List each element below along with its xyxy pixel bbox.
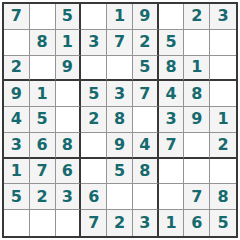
cell-r4c9[interactable]: [210, 81, 236, 107]
cell-r4c7: 4: [159, 81, 185, 107]
cell-r2c2: 8: [30, 30, 56, 56]
cell-r9c8: 6: [184, 210, 210, 236]
cell-r7c7[interactable]: [159, 159, 185, 185]
cell-r9c4: 7: [81, 210, 107, 236]
cell-r2c4: 3: [81, 30, 107, 56]
cell-r4c2: 1: [30, 81, 56, 107]
cell-r5c1: 4: [4, 107, 30, 133]
cell-r1c9: 3: [210, 4, 236, 30]
cell-r1c7[interactable]: [159, 4, 185, 30]
cell-r5c5: 8: [107, 107, 133, 133]
cell-r1c3: 5: [56, 4, 82, 30]
cell-r6c7: 7: [159, 133, 185, 159]
cell-r8c4: 6: [81, 184, 107, 210]
cell-r5c2: 5: [30, 107, 56, 133]
cell-r1c1: 7: [4, 4, 30, 30]
cell-r6c8[interactable]: [184, 133, 210, 159]
cell-r9c9: 5: [210, 210, 236, 236]
cell-r8c7[interactable]: [159, 184, 185, 210]
cell-r7c8[interactable]: [184, 159, 210, 185]
cell-r6c3: 8: [56, 133, 82, 159]
cell-r2c5: 7: [107, 30, 133, 56]
cell-r8c3: 3: [56, 184, 82, 210]
cell-r1c4[interactable]: [81, 4, 107, 30]
cell-r9c7: 1: [159, 210, 185, 236]
cell-r5c4: 2: [81, 107, 107, 133]
cell-r3c4[interactable]: [81, 56, 107, 82]
cell-r2c3: 1: [56, 30, 82, 56]
cell-r4c3[interactable]: [56, 81, 82, 107]
cell-r8c5[interactable]: [107, 184, 133, 210]
cell-r9c3[interactable]: [56, 210, 82, 236]
cell-r3c9[interactable]: [210, 56, 236, 82]
cell-r8c8: 7: [184, 184, 210, 210]
cell-r4c4: 5: [81, 81, 107, 107]
cell-r7c4[interactable]: [81, 159, 107, 185]
cell-r8c6[interactable]: [133, 184, 159, 210]
cell-r3c2[interactable]: [30, 56, 56, 82]
cell-r5c9: 1: [210, 107, 236, 133]
cell-r2c6: 2: [133, 30, 159, 56]
cell-r9c2[interactable]: [30, 210, 56, 236]
cell-r2c7: 5: [159, 30, 185, 56]
cell-r8c1: 5: [4, 184, 30, 210]
cell-r7c6: 8: [133, 159, 159, 185]
cell-r6c6: 4: [133, 133, 159, 159]
cell-r6c5: 9: [107, 133, 133, 159]
cell-r5c8: 9: [184, 107, 210, 133]
cell-r7c3: 6: [56, 159, 82, 185]
cell-r7c9[interactable]: [210, 159, 236, 185]
cell-r2c8[interactable]: [184, 30, 210, 56]
cell-r9c6: 3: [133, 210, 159, 236]
cell-r2c9[interactable]: [210, 30, 236, 56]
cell-r4c5: 3: [107, 81, 133, 107]
cell-r1c5: 1: [107, 4, 133, 30]
cell-r4c6: 7: [133, 81, 159, 107]
cell-r9c5: 2: [107, 210, 133, 236]
cell-r7c2: 7: [30, 159, 56, 185]
cell-r4c1: 9: [4, 81, 30, 107]
cell-r5c3[interactable]: [56, 107, 82, 133]
cell-r6c2: 6: [30, 133, 56, 159]
cell-r3c1: 2: [4, 56, 30, 82]
cell-r3c3: 9: [56, 56, 82, 82]
cell-r6c4[interactable]: [81, 133, 107, 159]
cell-r6c9: 2: [210, 133, 236, 159]
cell-r6c1: 3: [4, 133, 30, 159]
cell-r5c7: 3: [159, 107, 185, 133]
cell-r1c2[interactable]: [30, 4, 56, 30]
cell-r9c1[interactable]: [4, 210, 30, 236]
cell-r7c5: 5: [107, 159, 133, 185]
cell-r1c6: 9: [133, 4, 159, 30]
cell-r3c8: 1: [184, 56, 210, 82]
cell-r2c1[interactable]: [4, 30, 30, 56]
cell-r3c7: 8: [159, 56, 185, 82]
cell-r7c1: 1: [4, 159, 30, 185]
cell-r4c8: 8: [184, 81, 210, 107]
cell-r8c2: 2: [30, 184, 56, 210]
cell-r8c9: 8: [210, 184, 236, 210]
cell-r1c8: 2: [184, 4, 210, 30]
cell-r3c5[interactable]: [107, 56, 133, 82]
cell-r5c6[interactable]: [133, 107, 159, 133]
sudoku-board: 7519238137252958191537484528391368947217…: [2, 2, 238, 238]
cell-r3c6: 5: [133, 56, 159, 82]
